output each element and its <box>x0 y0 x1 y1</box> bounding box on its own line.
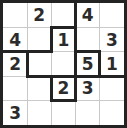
cell-r0c0-empty[interactable] <box>3 3 27 27</box>
cell-r1c3-empty[interactable] <box>76 27 100 51</box>
cell-r4c2-empty[interactable] <box>51 101 75 125</box>
cell-r0c2-empty[interactable] <box>51 3 75 27</box>
puzzle-board: 24413251233 <box>0 0 127 128</box>
cell-r0c4-empty[interactable] <box>100 3 124 27</box>
cell-r3c2-given-2[interactable]: 2 <box>51 76 75 100</box>
cell-r2c0-given-2[interactable]: 2 <box>3 52 27 76</box>
cell-r4c3-empty[interactable] <box>76 101 100 125</box>
cell-r2c1-empty[interactable] <box>27 52 51 76</box>
cell-r1c4-given-3[interactable]: 3 <box>100 27 124 51</box>
cell-r2c2-empty[interactable] <box>51 52 75 76</box>
cell-r4c4-empty[interactable] <box>100 101 124 125</box>
cell-r1c1-empty[interactable] <box>27 27 51 51</box>
cell-r4c1-empty[interactable] <box>27 101 51 125</box>
cell-r2c3-given-5[interactable]: 5 <box>76 52 100 76</box>
cell-r2c4-given-1[interactable]: 1 <box>100 52 124 76</box>
cell-r4c0-given-3[interactable]: 3 <box>3 101 27 125</box>
cell-r3c4-empty[interactable] <box>100 76 124 100</box>
cell-r1c0-given-4[interactable]: 4 <box>3 27 27 51</box>
cell-r3c0-empty[interactable] <box>3 76 27 100</box>
cell-r3c1-empty[interactable] <box>27 76 51 100</box>
cell-r3c3-given-3[interactable]: 3 <box>76 76 100 100</box>
cell-r0c3-given-4[interactable]: 4 <box>76 3 100 27</box>
cell-r1c2-given-1[interactable]: 1 <box>51 27 75 51</box>
cell-grid: 24413251233 <box>3 3 124 125</box>
cell-r0c1-given-2[interactable]: 2 <box>27 3 51 27</box>
